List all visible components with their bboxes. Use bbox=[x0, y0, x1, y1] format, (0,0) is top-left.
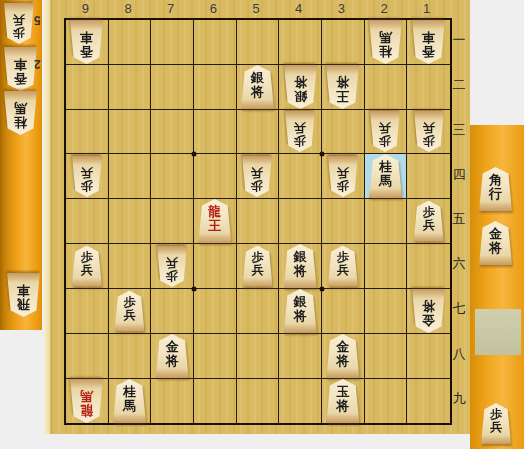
file-label-3: 3 bbox=[320, 0, 363, 17]
star-point bbox=[192, 152, 197, 157]
piece-kanji: 歩兵 bbox=[414, 111, 444, 152]
piece-kanji: 歩兵 bbox=[72, 156, 102, 197]
square-8f[interactable] bbox=[109, 244, 152, 289]
square-2d[interactable]: 桂馬 bbox=[365, 154, 408, 199]
square-3a[interactable] bbox=[322, 20, 365, 65]
square-9f[interactable]: 歩兵 bbox=[66, 244, 109, 289]
gote-hand-lance-count: 2 bbox=[34, 57, 41, 71]
square-5h[interactable] bbox=[237, 334, 280, 379]
square-3g[interactable] bbox=[322, 289, 365, 334]
gote-knight-2a[interactable]: 桂馬 bbox=[369, 20, 402, 64]
sente-knight-2d[interactable]: 桂馬 bbox=[369, 154, 402, 198]
square-5a[interactable] bbox=[237, 20, 280, 65]
piece-kanji: 銀将 bbox=[241, 65, 274, 109]
shogi-board: 987654321 一二三四五六七八九 香車桂馬香車銀将銀将王将歩兵歩兵歩兵歩兵… bbox=[44, 0, 470, 434]
gote-hand-pawn-count: 5 bbox=[34, 13, 41, 27]
square-8e[interactable] bbox=[109, 199, 152, 244]
square-7a[interactable] bbox=[151, 20, 194, 65]
file-label-2: 2 bbox=[363, 0, 406, 17]
star-point bbox=[192, 286, 197, 291]
square-3d[interactable]: 歩兵 bbox=[322, 154, 365, 199]
piece-kanji: 飛車 bbox=[7, 273, 40, 317]
piece-kanji: 歩兵 bbox=[328, 156, 358, 197]
square-1c[interactable]: 歩兵 bbox=[407, 110, 450, 154]
file-label-6: 6 bbox=[192, 0, 235, 17]
gote-king-3b[interactable]: 王将 bbox=[326, 65, 359, 109]
square-8c[interactable] bbox=[109, 110, 152, 154]
square-3i[interactable]: 玉将 bbox=[322, 379, 365, 423]
square-5e[interactable] bbox=[237, 199, 280, 244]
gote-hand-knight[interactable]: 桂馬 bbox=[4, 91, 37, 135]
square-2i[interactable] bbox=[365, 379, 408, 423]
square-2f[interactable] bbox=[365, 244, 408, 289]
piece-kanji: 歩兵 bbox=[4, 3, 34, 44]
sente-silver-4g[interactable]: 銀将 bbox=[284, 289, 317, 333]
square-6a[interactable] bbox=[194, 20, 237, 65]
piece-kanji: 歩兵 bbox=[242, 246, 272, 287]
piece-kanji: 龍馬 bbox=[70, 379, 103, 423]
sente-hand-gold[interactable]: 金将 bbox=[479, 221, 512, 265]
gote-pawn-7f[interactable]: 歩兵 bbox=[157, 246, 187, 287]
piece-kanji: 金将 bbox=[412, 289, 445, 333]
square-5i[interactable] bbox=[237, 379, 280, 423]
square-4i[interactable] bbox=[279, 379, 322, 423]
file-coordinates: 987654321 bbox=[64, 0, 448, 17]
square-3b[interactable]: 王将 bbox=[322, 65, 365, 110]
square-1a[interactable]: 香車 bbox=[407, 20, 450, 65]
square-4f[interactable]: 銀将 bbox=[279, 244, 322, 289]
sente-pawn-5f[interactable]: 歩兵 bbox=[242, 246, 272, 287]
square-1b[interactable] bbox=[407, 65, 450, 110]
piece-kanji: 金将 bbox=[326, 334, 359, 378]
piece-kanji: 銀将 bbox=[284, 65, 317, 109]
square-7c[interactable] bbox=[151, 110, 194, 154]
piece-kanji: 王将 bbox=[326, 65, 359, 109]
square-7d[interactable] bbox=[151, 154, 194, 199]
square-8h[interactable] bbox=[109, 334, 152, 379]
square-8i[interactable]: 桂馬 bbox=[109, 379, 152, 423]
square-9e[interactable] bbox=[66, 199, 109, 244]
file-label-9: 9 bbox=[64, 0, 107, 17]
square-6d[interactable] bbox=[194, 154, 237, 199]
gote-pawn-5d[interactable]: 歩兵 bbox=[242, 156, 272, 197]
sente-pawn-8g[interactable]: 歩兵 bbox=[114, 291, 144, 332]
square-9c[interactable] bbox=[66, 110, 109, 154]
sente-komadai: 角行金将歩兵 bbox=[470, 125, 524, 449]
gote-pawn-4c[interactable]: 歩兵 bbox=[285, 111, 315, 152]
square-9g[interactable] bbox=[66, 289, 109, 334]
piece-kanji: 桂馬 bbox=[369, 20, 402, 64]
piece-kanji: 桂馬 bbox=[113, 379, 146, 423]
square-6b[interactable] bbox=[194, 65, 237, 110]
gote-lance-1a[interactable]: 香車 bbox=[412, 20, 445, 64]
square-6i[interactable] bbox=[194, 379, 237, 423]
piece-kanji: 玉将 bbox=[326, 379, 359, 423]
square-8d[interactable] bbox=[109, 154, 152, 199]
sente-pawn-9f[interactable]: 歩兵 bbox=[72, 246, 102, 287]
file-label-5: 5 bbox=[235, 0, 278, 17]
square-3h[interactable]: 金将 bbox=[322, 334, 365, 379]
square-2b[interactable] bbox=[365, 65, 408, 110]
gote-hand-lance[interactable]: 香車 bbox=[4, 47, 37, 91]
gote-pawn-3d[interactable]: 歩兵 bbox=[328, 156, 358, 197]
sente-gold-7h[interactable]: 金将 bbox=[156, 334, 189, 378]
piece-kanji: 歩兵 bbox=[157, 246, 187, 287]
komadai-empty-slot bbox=[475, 309, 521, 355]
file-label-4: 4 bbox=[277, 0, 320, 17]
piece-kanji: 歩兵 bbox=[414, 201, 444, 242]
gote-pawn-1c[interactable]: 歩兵 bbox=[414, 111, 444, 152]
piece-kanji: 歩兵 bbox=[285, 111, 315, 152]
square-9a[interactable]: 香車 bbox=[66, 20, 109, 65]
square-6f[interactable] bbox=[194, 244, 237, 289]
piece-kanji: 角行 bbox=[479, 167, 512, 211]
square-1d[interactable] bbox=[407, 154, 450, 199]
piece-kanji: 金将 bbox=[156, 334, 189, 378]
square-7h[interactable]: 金将 bbox=[151, 334, 194, 379]
square-6h[interactable] bbox=[194, 334, 237, 379]
sente-silver-5b[interactable]: 銀将 bbox=[241, 65, 274, 109]
square-3f[interactable]: 歩兵 bbox=[322, 244, 365, 289]
square-5c[interactable] bbox=[237, 110, 280, 154]
square-4g[interactable]: 銀将 bbox=[279, 289, 322, 334]
sente-hand-pawn[interactable]: 歩兵 bbox=[481, 403, 511, 444]
piece-kanji: 歩兵 bbox=[242, 156, 272, 197]
square-9h[interactable] bbox=[66, 334, 109, 379]
file-label-8: 8 bbox=[107, 0, 150, 17]
square-2c[interactable]: 歩兵 bbox=[365, 110, 408, 154]
square-1i[interactable] bbox=[407, 379, 450, 423]
sente-dragon-6e[interactable]: 龍王 bbox=[198, 199, 231, 243]
gote-komadai: 歩兵5香車2桂馬飛車 bbox=[0, 0, 42, 330]
square-3c[interactable] bbox=[322, 110, 365, 154]
square-2a[interactable]: 桂馬 bbox=[365, 20, 408, 65]
square-8a[interactable] bbox=[109, 20, 152, 65]
board-grid: 香車桂馬香車銀将銀将王将歩兵歩兵歩兵歩兵歩兵歩兵桂馬龍王歩兵歩兵歩兵歩兵銀将歩兵… bbox=[64, 18, 452, 425]
file-label-1: 1 bbox=[405, 0, 448, 17]
square-7e[interactable] bbox=[151, 199, 194, 244]
piece-kanji: 龍王 bbox=[198, 199, 231, 243]
square-4d[interactable] bbox=[279, 154, 322, 199]
sente-pawn-1e[interactable]: 歩兵 bbox=[414, 201, 444, 242]
square-9d[interactable]: 歩兵 bbox=[66, 154, 109, 199]
square-1g[interactable]: 金将 bbox=[407, 289, 450, 334]
square-4c[interactable]: 歩兵 bbox=[279, 110, 322, 154]
sente-hand-bishop[interactable]: 角行 bbox=[479, 167, 512, 211]
square-1e[interactable]: 歩兵 bbox=[407, 199, 450, 244]
gote-gold-1g[interactable]: 金将 bbox=[412, 289, 445, 333]
square-5d[interactable]: 歩兵 bbox=[237, 154, 280, 199]
square-5g[interactable] bbox=[237, 289, 280, 334]
piece-kanji: 金将 bbox=[479, 221, 512, 265]
sente-silver-4f[interactable]: 銀将 bbox=[284, 244, 317, 288]
gote-pawn-9d[interactable]: 歩兵 bbox=[72, 156, 102, 197]
square-6e[interactable]: 龍王 bbox=[194, 199, 237, 244]
piece-kanji: 歩兵 bbox=[72, 246, 102, 287]
square-8g[interactable]: 歩兵 bbox=[109, 289, 152, 334]
sente-gold-3h[interactable]: 金将 bbox=[326, 334, 359, 378]
sente-pawn-3f[interactable]: 歩兵 bbox=[328, 246, 358, 287]
piece-kanji: 歩兵 bbox=[328, 246, 358, 287]
square-8b[interactable] bbox=[109, 65, 152, 110]
square-7f[interactable]: 歩兵 bbox=[151, 244, 194, 289]
star-point bbox=[320, 152, 325, 157]
star-point bbox=[320, 286, 325, 291]
piece-kanji: 銀将 bbox=[284, 289, 317, 333]
square-7g[interactable] bbox=[151, 289, 194, 334]
piece-kanji: 香車 bbox=[70, 20, 103, 64]
piece-kanji: 歩兵 bbox=[114, 291, 144, 332]
square-9b[interactable] bbox=[66, 65, 109, 110]
piece-kanji: 歩兵 bbox=[370, 111, 400, 152]
square-6g[interactable] bbox=[194, 289, 237, 334]
square-4b[interactable]: 銀将 bbox=[279, 65, 322, 110]
piece-kanji: 銀将 bbox=[284, 244, 317, 288]
sente-king-3i[interactable]: 玉将 bbox=[326, 379, 359, 423]
square-2h[interactable] bbox=[365, 334, 408, 379]
sente-knight-8i[interactable]: 桂馬 bbox=[113, 379, 146, 423]
square-7b[interactable] bbox=[151, 65, 194, 110]
square-1f[interactable] bbox=[407, 244, 450, 289]
piece-kanji: 歩兵 bbox=[481, 403, 511, 444]
square-5f[interactable]: 歩兵 bbox=[237, 244, 280, 289]
gote-hand-rook[interactable]: 飛車 bbox=[7, 273, 40, 317]
square-4e[interactable] bbox=[279, 199, 322, 244]
file-label-7: 7 bbox=[149, 0, 192, 17]
square-3e[interactable] bbox=[322, 199, 365, 244]
gote-hand-pawn[interactable]: 歩兵 bbox=[4, 3, 34, 44]
square-5b[interactable]: 銀将 bbox=[237, 65, 280, 110]
gote-horse-9i[interactable]: 龍馬 bbox=[70, 379, 103, 423]
piece-kanji: 桂馬 bbox=[4, 91, 37, 135]
square-2e[interactable] bbox=[365, 199, 408, 244]
gote-silver-4b[interactable]: 銀将 bbox=[284, 65, 317, 109]
square-7i[interactable] bbox=[151, 379, 194, 423]
piece-kanji: 香車 bbox=[412, 20, 445, 64]
piece-kanji: 香車 bbox=[4, 47, 37, 91]
square-4h[interactable] bbox=[279, 334, 322, 379]
gote-pawn-2c[interactable]: 歩兵 bbox=[370, 111, 400, 152]
square-6c[interactable] bbox=[194, 110, 237, 154]
piece-kanji: 桂馬 bbox=[369, 154, 402, 198]
square-4a[interactable] bbox=[279, 20, 322, 65]
square-1h[interactable] bbox=[407, 334, 450, 379]
square-2g[interactable] bbox=[365, 289, 408, 334]
square-9i[interactable]: 龍馬 bbox=[66, 379, 109, 423]
gote-lance-9a[interactable]: 香車 bbox=[70, 20, 103, 64]
